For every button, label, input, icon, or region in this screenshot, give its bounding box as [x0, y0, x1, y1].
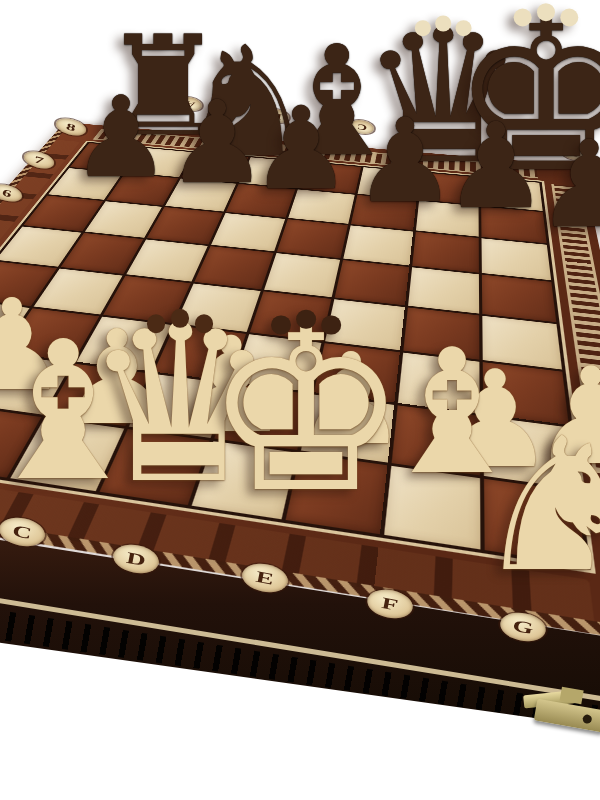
piece-white-knight-g1[interactable]: ♞	[474, 413, 600, 597]
king-glyph: ♚	[204, 296, 408, 524]
pieces-layer: ♜♞♝♛♚♟♟♟♟♟♟♟♟♟♟♟♟♝♛♚♝♞	[0, 0, 600, 800]
pawn-glyph: ♟	[353, 103, 457, 219]
pawn-glyph: ♟	[443, 107, 549, 225]
pawn-glyph: ♟	[71, 81, 171, 193]
piece-black-pawn-d7[interactable]: ♟	[353, 103, 457, 219]
piece-black-pawn-c7[interactable]: ♟	[250, 92, 352, 206]
piece-black-pawn-a7[interactable]: ♟	[71, 81, 171, 193]
chess-set-photo: CDEFG876ABCDEF ♜♞♝♛♚♟♟♟♟♟♟♟♟♟♟♟♟♝♛♚♝♞	[0, 0, 600, 800]
pawn-glyph: ♟	[535, 125, 600, 245]
piece-black-pawn-e7[interactable]: ♟	[443, 107, 549, 225]
piece-black-pawn-f7[interactable]: ♟	[535, 125, 600, 245]
piece-white-king-e1[interactable]: ♚	[204, 296, 408, 524]
pawn-glyph: ♟	[250, 92, 352, 206]
knight-glyph: ♞	[474, 413, 600, 597]
